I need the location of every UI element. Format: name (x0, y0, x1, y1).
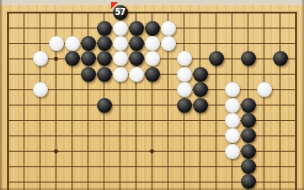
black-stone (65, 51, 80, 66)
white-stone (145, 36, 160, 51)
black-stone (177, 98, 192, 113)
black-stone (129, 21, 144, 36)
black-stone (209, 51, 224, 66)
white-stone (129, 67, 144, 82)
black-stone (81, 51, 96, 66)
black-stone (129, 51, 144, 66)
black-stone (241, 98, 256, 113)
white-stone (177, 67, 192, 82)
black-stone (81, 67, 96, 82)
go-board-app: 57 (0, 0, 304, 190)
black-stone (193, 98, 208, 113)
white-stone (161, 21, 176, 36)
black-stone (193, 82, 208, 97)
black-stone (145, 21, 160, 36)
black-stone (81, 36, 96, 51)
go-board[interactable]: 57 (0, 5, 304, 190)
white-stone (225, 82, 240, 97)
black-stone (273, 51, 288, 66)
white-stone (33, 51, 48, 66)
board-left-edge-shade (0, 0, 3, 190)
black-stone (97, 21, 112, 36)
white-stone (113, 67, 128, 82)
white-stone (225, 113, 240, 128)
black-stone (129, 36, 144, 51)
white-stone (225, 128, 240, 143)
white-stone (113, 21, 128, 36)
black-stone (97, 36, 112, 51)
board-bottom-edge-shade (0, 188, 304, 190)
black-stone (241, 159, 256, 174)
white-stone (177, 51, 192, 66)
white-stone (225, 144, 240, 159)
black-stone (241, 144, 256, 159)
black-stone (97, 51, 112, 66)
white-stone (177, 82, 192, 97)
last-move-stone: 57 (113, 5, 128, 20)
black-stone (145, 67, 160, 82)
black-stone (241, 113, 256, 128)
black-stone (97, 98, 112, 113)
last-move-marker (111, 2, 118, 9)
white-stone (145, 51, 160, 66)
white-stone (113, 36, 128, 51)
white-stone (65, 36, 80, 51)
black-stone (241, 128, 256, 143)
board-right-edge-shade (301, 0, 304, 190)
white-stone (225, 98, 240, 113)
black-stone (97, 67, 112, 82)
black-stone (241, 174, 256, 189)
white-stone (257, 82, 272, 97)
black-stone (193, 67, 208, 82)
white-stone (113, 51, 128, 66)
white-stone (33, 82, 48, 97)
black-stone (241, 51, 256, 66)
white-stone (49, 36, 64, 51)
white-stone (161, 36, 176, 51)
